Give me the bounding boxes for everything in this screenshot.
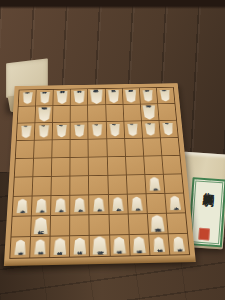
square-3-6[interactable]	[127, 175, 146, 194]
square-1-6[interactable]	[164, 174, 183, 193]
square-6-1[interactable]: 金将	[71, 89, 88, 105]
square-2-3[interactable]: 歩兵	[142, 121, 160, 138]
piece-sente-n[interactable]: 桂馬	[34, 239, 46, 255]
piece-sente-b[interactable]: 角行	[33, 217, 48, 235]
square-2-4[interactable]	[143, 138, 161, 155]
piece-gote-p[interactable]: 歩兵	[163, 122, 175, 135]
square-3-5[interactable]	[126, 157, 144, 175]
piece-sente-p[interactable]: 歩兵	[93, 197, 105, 212]
square-7-5[interactable]	[52, 158, 70, 176]
square-9-1[interactable]: 香車	[19, 90, 36, 106]
piece-gote-l[interactable]: 香車	[22, 92, 33, 104]
square-9-6[interactable]	[14, 177, 33, 196]
square-2-9[interactable]: 桂馬	[149, 234, 169, 255]
square-4-8[interactable]	[109, 214, 128, 234]
piece-sente-p[interactable]: 歩兵	[149, 177, 161, 191]
square-8-7[interactable]: 歩兵	[32, 196, 51, 215]
piece-gote-k[interactable]: 玉将	[90, 89, 104, 104]
square-3-8[interactable]	[128, 214, 148, 234]
square-1-2[interactable]	[158, 104, 176, 120]
square-8-6[interactable]	[33, 177, 51, 196]
square-7-1[interactable]: 銀将	[54, 89, 71, 105]
square-7-6[interactable]	[52, 176, 70, 195]
square-9-9[interactable]: 香車	[10, 237, 30, 258]
piece-sente-s[interactable]: 銀将	[53, 238, 67, 255]
piece-gote-g[interactable]: 金将	[108, 90, 120, 103]
square-9-4[interactable]	[16, 141, 34, 158]
piece-gote-s[interactable]: 銀将	[56, 91, 68, 104]
square-9-8[interactable]	[11, 216, 30, 236]
square-6-2[interactable]	[71, 105, 88, 121]
square-6-5[interactable]	[71, 158, 89, 176]
piece-gote-b[interactable]: 角行	[142, 105, 156, 119]
piece-gote-r[interactable]: 飛車	[37, 107, 51, 121]
piece-sente-g[interactable]: 金将	[112, 236, 126, 253]
shogi-board: 香車桂馬銀将金将玉将金将銀将桂馬香車飛車角行歩兵歩兵歩兵歩兵歩兵歩兵歩兵歩兵歩兵…	[4, 83, 196, 266]
piece-gote-n[interactable]: 桂馬	[39, 91, 50, 103]
square-5-6[interactable]	[89, 176, 107, 195]
piece-sente-p[interactable]: 歩兵	[112, 197, 124, 212]
piece-gote-s[interactable]: 銀将	[125, 89, 137, 102]
piece-sente-g[interactable]: 金将	[73, 237, 86, 254]
square-5-5[interactable]	[89, 157, 107, 175]
piece-sente-r[interactable]: 飛車	[150, 215, 166, 233]
square-4-1[interactable]: 金将	[105, 89, 122, 105]
square-6-6[interactable]	[71, 176, 89, 195]
piece-gote-p[interactable]: 歩兵	[92, 124, 103, 137]
piece-sente-l[interactable]: 香車	[14, 239, 27, 255]
piece-sente-s[interactable]: 銀将	[132, 236, 146, 253]
square-6-7[interactable]: 歩兵	[71, 195, 89, 214]
square-8-3[interactable]: 歩兵	[35, 123, 52, 140]
piece-sente-p[interactable]: 歩兵	[131, 196, 143, 211]
square-9-3[interactable]: 歩兵	[17, 123, 35, 140]
piece-gote-l[interactable]: 香車	[160, 89, 171, 101]
piece-sente-p[interactable]: 歩兵	[74, 197, 85, 212]
square-3-7[interactable]: 歩兵	[127, 194, 146, 213]
square-3-1[interactable]: 銀将	[122, 88, 139, 104]
square-1-1[interactable]: 香車	[157, 88, 175, 104]
square-3-9[interactable]: 銀将	[129, 235, 149, 256]
piece-gote-p[interactable]: 歩兵	[74, 124, 85, 137]
square-8-1[interactable]: 桂馬	[36, 90, 53, 106]
piece-sente-n[interactable]: 桂馬	[153, 236, 166, 252]
square-1-9[interactable]: 香車	[168, 234, 189, 255]
piece-sente-p[interactable]: 歩兵	[16, 198, 28, 213]
square-5-9[interactable]: 王将	[90, 235, 109, 256]
square-2-7[interactable]	[146, 194, 165, 213]
square-5-4[interactable]	[89, 139, 107, 156]
square-1-5[interactable]	[162, 156, 181, 174]
square-4-7[interactable]: 歩兵	[108, 195, 127, 214]
square-2-6[interactable]: 歩兵	[145, 175, 164, 194]
shogi-board-grid: 香車桂馬銀将金将玉将金将銀将桂馬香車飛車角行歩兵歩兵歩兵歩兵歩兵歩兵歩兵歩兵歩兵…	[9, 87, 190, 259]
square-7-3[interactable]: 歩兵	[53, 123, 70, 140]
square-3-4[interactable]	[125, 139, 143, 156]
piece-sente-p[interactable]: 歩兵	[35, 198, 47, 213]
square-8-9[interactable]: 桂馬	[30, 237, 49, 258]
square-8-8[interactable]: 角行	[31, 216, 50, 236]
square-5-7[interactable]: 歩兵	[90, 195, 109, 214]
square-3-3[interactable]: 歩兵	[124, 121, 142, 138]
square-9-2[interactable]	[18, 106, 35, 122]
square-2-8[interactable]: 飛車	[148, 214, 168, 234]
square-2-5[interactable]	[144, 156, 163, 174]
square-1-8[interactable]	[167, 213, 187, 233]
square-8-5[interactable]	[33, 158, 51, 176]
square-6-3[interactable]: 歩兵	[71, 122, 88, 139]
piece-sente-p[interactable]: 歩兵	[55, 198, 67, 213]
square-7-7[interactable]: 歩兵	[51, 196, 69, 215]
square-2-2[interactable]: 角行	[141, 104, 159, 120]
square-9-7[interactable]: 歩兵	[13, 196, 32, 215]
square-5-2[interactable]	[88, 105, 105, 121]
square-5-1[interactable]: 玉将	[88, 89, 105, 105]
piece-sente-p[interactable]: 歩兵	[169, 195, 182, 210]
square-9-5[interactable]	[15, 159, 33, 177]
square-2-1[interactable]: 桂馬	[140, 88, 157, 104]
piece-gote-p[interactable]: 歩兵	[127, 123, 138, 136]
piece-gote-p[interactable]: 歩兵	[56, 124, 67, 137]
square-4-5[interactable]	[107, 157, 125, 175]
square-4-6[interactable]	[108, 175, 127, 194]
square-6-8[interactable]	[70, 215, 89, 235]
square-3-2[interactable]	[123, 104, 141, 120]
square-5-3[interactable]: 歩兵	[89, 122, 106, 139]
piece-gote-p[interactable]: 歩兵	[38, 125, 49, 138]
piece-gote-p[interactable]: 歩兵	[145, 123, 157, 136]
square-1-4[interactable]	[161, 138, 180, 155]
red-seal-stamp	[198, 228, 210, 241]
square-1-3[interactable]: 歩兵	[159, 121, 177, 138]
shogi-scene: 御将棋駒 香車桂馬銀将金将玉将金将銀将桂馬香車飛車角行歩兵歩兵歩兵歩兵歩兵歩兵歩…	[0, 0, 225, 300]
square-1-7[interactable]: 歩兵	[165, 193, 185, 212]
koma-box-label: 御将棋駒	[188, 177, 225, 247]
koma-box-label-text: 御将棋駒	[203, 183, 214, 188]
square-4-2[interactable]	[106, 105, 123, 121]
square-7-2[interactable]	[53, 106, 70, 122]
piece-gote-p[interactable]: 歩兵	[20, 125, 31, 138]
square-5-8[interactable]	[90, 215, 109, 235]
piece-sente-k[interactable]: 王将	[92, 236, 108, 255]
square-7-8[interactable]	[51, 216, 70, 236]
piece-gote-g[interactable]: 金将	[73, 90, 85, 103]
square-6-4[interactable]	[71, 140, 88, 157]
square-4-9[interactable]: 金将	[110, 235, 130, 256]
square-4-4[interactable]	[107, 139, 125, 156]
piece-sente-l[interactable]: 香車	[172, 236, 185, 252]
square-8-2[interactable]: 飛車	[35, 106, 52, 122]
square-7-4[interactable]	[52, 140, 69, 157]
piece-gote-p[interactable]: 歩兵	[109, 123, 120, 136]
square-8-4[interactable]	[34, 140, 52, 157]
piece-gote-n[interactable]: 桂馬	[143, 90, 154, 102]
square-4-3[interactable]: 歩兵	[106, 122, 124, 139]
square-7-9[interactable]: 銀将	[50, 236, 69, 257]
square-6-9[interactable]: 金将	[70, 236, 89, 257]
